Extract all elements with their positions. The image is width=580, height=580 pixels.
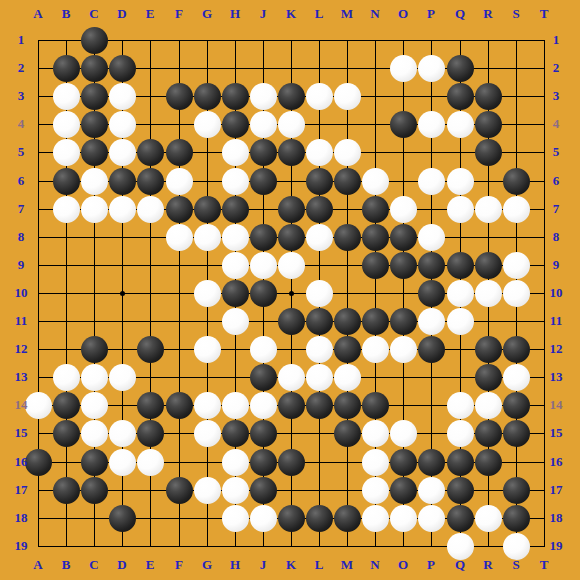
white-stone [109,449,136,476]
white-stone [447,420,474,447]
black-stone [278,139,305,166]
column-label-top: H [230,6,240,22]
row-label-right: 12 [550,341,563,357]
white-stone [475,196,502,223]
column-label-bottom: E [146,557,155,573]
grid-line-vertical [347,40,348,547]
row-label-left: 7 [18,201,25,217]
white-stone [418,505,445,532]
white-stone [334,139,361,166]
white-stone [194,336,221,363]
white-stone [250,252,277,279]
black-stone [475,139,502,166]
black-stone [166,196,193,223]
white-stone [390,336,417,363]
black-stone [81,111,108,138]
white-stone [390,420,417,447]
black-stone [390,111,417,138]
column-label-bottom: G [202,557,212,573]
black-stone [306,505,333,532]
row-label-right: 11 [550,313,562,329]
white-stone [362,449,389,476]
black-stone [166,83,193,110]
black-stone [362,392,389,419]
white-stone [362,505,389,532]
white-stone [503,364,530,391]
row-label-right: 7 [553,201,560,217]
row-label-right: 5 [553,144,560,160]
black-stone [306,308,333,335]
row-label-right: 3 [553,88,560,104]
white-stone [53,139,80,166]
black-stone [334,308,361,335]
black-stone [390,252,417,279]
column-label-bottom: C [89,557,98,573]
black-stone [222,196,249,223]
black-stone [278,449,305,476]
row-label-right: 10 [550,285,563,301]
black-stone [447,505,474,532]
black-stone [418,252,445,279]
white-stone [194,477,221,504]
white-stone [222,168,249,195]
black-stone [278,392,305,419]
column-label-top: G [202,6,212,22]
white-stone [503,196,530,223]
white-stone [362,168,389,195]
row-label-left: 17 [15,482,28,498]
white-stone [418,224,445,251]
row-label-right: 1 [553,32,560,48]
white-stone [53,196,80,223]
row-label-left: 16 [15,454,28,470]
white-stone [222,224,249,251]
white-stone [447,168,474,195]
column-label-top: M [341,6,353,22]
row-label-right: 13 [550,369,563,385]
column-label-bottom: B [62,557,71,573]
white-stone [250,336,277,363]
row-label-right: 18 [550,510,563,526]
white-stone [447,308,474,335]
row-label-left: 8 [18,229,25,245]
row-label-right: 14 [550,397,563,413]
black-stone [250,139,277,166]
white-stone [306,280,333,307]
column-label-top: N [370,6,379,22]
white-stone [418,308,445,335]
white-stone [447,533,474,560]
column-label-top: T [540,6,549,22]
black-stone [81,83,108,110]
column-label-bottom: N [370,557,379,573]
column-label-bottom: M [341,557,353,573]
white-stone [222,139,249,166]
column-label-bottom: Q [455,557,465,573]
white-stone [250,392,277,419]
black-stone [334,168,361,195]
white-stone [362,477,389,504]
column-label-top: S [512,6,519,22]
column-label-bottom: H [230,557,240,573]
black-stone [250,449,277,476]
white-stone [222,505,249,532]
row-label-left: 10 [15,285,28,301]
white-stone [53,364,80,391]
white-stone [81,392,108,419]
row-label-right: 19 [550,538,563,554]
white-stone [137,196,164,223]
white-stone [418,111,445,138]
black-stone [503,477,530,504]
white-stone [278,252,305,279]
white-stone [109,139,136,166]
black-stone [278,83,305,110]
black-stone [222,280,249,307]
black-stone [81,477,108,504]
row-label-right: 9 [553,257,560,273]
black-stone [334,505,361,532]
column-label-top: E [146,6,155,22]
white-stone [418,168,445,195]
white-stone [53,83,80,110]
black-stone [306,168,333,195]
black-stone [503,420,530,447]
row-label-left: 14 [15,397,28,413]
row-label-right: 17 [550,482,563,498]
column-label-bottom: A [33,557,42,573]
column-label-bottom: F [175,557,183,573]
white-stone [250,83,277,110]
black-stone [334,224,361,251]
white-stone [222,252,249,279]
black-stone [362,252,389,279]
column-label-top: L [315,6,324,22]
black-stone [166,139,193,166]
grid-line-horizontal [38,349,545,350]
black-stone [81,27,108,54]
column-label-top: A [33,6,42,22]
column-label-bottom: L [315,557,324,573]
black-stone [475,420,502,447]
black-stone [166,392,193,419]
black-stone [362,224,389,251]
white-stone [194,111,221,138]
white-stone [194,280,221,307]
row-label-right: 4 [553,116,560,132]
black-stone [194,83,221,110]
black-stone [250,364,277,391]
row-label-left: 18 [15,510,28,526]
go-board[interactable]: AABBCCDDEEFFGGHHJJKKLLMMNNOOPPQQRRSSTT11… [0,0,580,580]
column-label-bottom: S [512,557,519,573]
black-stone [53,55,80,82]
white-stone [25,392,52,419]
row-label-left: 12 [15,341,28,357]
black-stone [81,55,108,82]
white-stone [278,364,305,391]
black-stone [390,308,417,335]
black-stone [475,449,502,476]
black-stone [418,449,445,476]
black-stone [137,168,164,195]
column-label-top: Q [455,6,465,22]
white-stone [447,196,474,223]
black-stone [137,392,164,419]
white-stone [390,505,417,532]
white-stone [362,336,389,363]
row-label-right: 2 [553,60,560,76]
white-stone [109,111,136,138]
white-stone [194,224,221,251]
row-label-left: 3 [18,88,25,104]
black-stone [475,336,502,363]
column-label-bottom: D [117,557,126,573]
column-label-top: J [260,6,267,22]
column-label-top: K [286,6,296,22]
black-stone [109,55,136,82]
white-stone [390,196,417,223]
white-stone [194,420,221,447]
white-stone [250,111,277,138]
white-stone [503,533,530,560]
black-stone [475,252,502,279]
black-stone [306,392,333,419]
white-stone [109,364,136,391]
black-stone [447,449,474,476]
black-stone [334,336,361,363]
black-stone [109,505,136,532]
black-stone [390,449,417,476]
column-label-top: O [398,6,408,22]
column-label-top: F [175,6,183,22]
black-stone [503,505,530,532]
black-stone [25,449,52,476]
column-label-bottom: P [427,557,435,573]
black-stone [447,55,474,82]
white-stone [222,449,249,476]
black-stone [278,505,305,532]
white-stone [109,196,136,223]
black-stone [53,392,80,419]
white-stone [306,224,333,251]
black-stone [81,449,108,476]
black-stone [503,168,530,195]
column-label-bottom: R [483,557,492,573]
white-stone [447,111,474,138]
grid-line-vertical [544,40,545,547]
white-stone [362,420,389,447]
black-stone [53,420,80,447]
white-stone [81,364,108,391]
star-point [289,291,294,296]
black-stone [53,168,80,195]
black-stone [418,336,445,363]
black-stone [250,168,277,195]
black-stone [109,168,136,195]
row-label-left: 15 [15,425,28,441]
white-stone [447,280,474,307]
white-stone [222,477,249,504]
column-label-top: B [62,6,71,22]
row-label-left: 13 [15,369,28,385]
black-stone [475,364,502,391]
column-label-bottom: O [398,557,408,573]
white-stone [390,55,417,82]
white-stone [53,111,80,138]
black-stone [166,477,193,504]
black-stone [306,196,333,223]
column-label-bottom: J [260,557,267,573]
black-stone [503,336,530,363]
black-stone [53,477,80,504]
black-stone [447,477,474,504]
row-label-left: 19 [15,538,28,554]
white-stone [250,505,277,532]
black-stone [362,308,389,335]
black-stone [250,420,277,447]
row-label-left: 5 [18,144,25,160]
row-label-right: 8 [553,229,560,245]
row-label-left: 4 [18,116,25,132]
row-label-left: 1 [18,32,25,48]
black-stone [250,224,277,251]
column-label-top: P [427,6,435,22]
column-label-top: C [89,6,98,22]
white-stone [418,55,445,82]
row-label-right: 15 [550,425,563,441]
white-stone [418,477,445,504]
white-stone [137,449,164,476]
row-label-left: 2 [18,60,25,76]
black-stone [390,477,417,504]
white-stone [81,168,108,195]
black-stone [278,308,305,335]
white-stone [222,308,249,335]
white-stone [109,420,136,447]
black-stone [222,83,249,110]
black-stone [418,280,445,307]
column-label-top: R [483,6,492,22]
row-label-left: 11 [15,313,27,329]
white-stone [334,83,361,110]
row-label-left: 9 [18,257,25,273]
white-stone [503,280,530,307]
white-stone [475,505,502,532]
row-label-left: 6 [18,173,25,189]
black-stone [390,224,417,251]
black-stone [278,224,305,251]
black-stone [137,139,164,166]
white-stone [306,83,333,110]
white-stone [166,168,193,195]
white-stone [109,83,136,110]
white-stone [447,392,474,419]
black-stone [250,280,277,307]
black-stone [362,196,389,223]
black-stone [447,252,474,279]
white-stone [503,252,530,279]
black-stone [137,420,164,447]
white-stone [475,280,502,307]
column-label-bottom: K [286,557,296,573]
white-stone [306,139,333,166]
black-stone [447,83,474,110]
white-stone [475,392,502,419]
star-point [120,291,125,296]
white-stone [81,196,108,223]
black-stone [278,196,305,223]
black-stone [194,196,221,223]
white-stone [166,224,193,251]
column-label-top: D [117,6,126,22]
white-stone [194,392,221,419]
black-stone [137,336,164,363]
black-stone [475,111,502,138]
white-stone [334,364,361,391]
row-label-right: 6 [553,173,560,189]
black-stone [475,83,502,110]
black-stone [81,139,108,166]
white-stone [278,111,305,138]
column-label-bottom: T [540,557,549,573]
black-stone [334,392,361,419]
white-stone [306,364,333,391]
black-stone [81,336,108,363]
white-stone [222,392,249,419]
white-stone [306,336,333,363]
black-stone [503,392,530,419]
row-label-right: 16 [550,454,563,470]
black-stone [222,111,249,138]
black-stone [250,477,277,504]
black-stone [222,420,249,447]
black-stone [334,420,361,447]
white-stone [81,420,108,447]
